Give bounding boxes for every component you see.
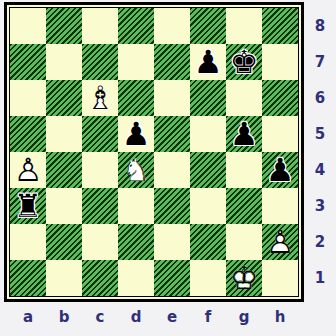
piece-black-pawn[interactable]: ♟︎ [118, 116, 154, 152]
piece-black-pawn[interactable]: ♟︎ [226, 116, 262, 152]
file-label-a: a [10, 307, 46, 327]
square-g4[interactable] [226, 152, 262, 188]
square-d1[interactable] [118, 260, 154, 296]
square-e1[interactable] [154, 260, 190, 296]
piece-white-king[interactable]: ♚︎♔︎ [226, 260, 262, 296]
square-d4[interactable]: ♞︎♘︎ [118, 152, 154, 188]
square-a4[interactable]: ♟︎♙︎ [10, 152, 46, 188]
square-e6[interactable] [154, 80, 190, 116]
square-a8[interactable] [10, 8, 46, 44]
piece-white-pawn[interactable]: ♟︎♙︎ [262, 224, 298, 260]
file-label-c: c [82, 307, 118, 327]
square-g6[interactable] [226, 80, 262, 116]
square-b2[interactable] [46, 224, 82, 260]
square-h2[interactable]: ♟︎♙︎ [262, 224, 298, 260]
square-b1[interactable] [46, 260, 82, 296]
square-e2[interactable] [154, 224, 190, 260]
square-d5[interactable]: ♟︎ [118, 116, 154, 152]
board-inner-frame: ♟︎♚︎♝︎♗︎♟︎♟︎♟︎♙︎♞︎♘︎♟︎♜︎♟︎♙︎♚︎♔︎ [9, 7, 299, 297]
file-label-g: g [226, 307, 262, 327]
piece-white-knight[interactable]: ♞︎♘︎ [118, 152, 154, 188]
piece-glyph-outline-layer: ♔︎ [226, 260, 262, 296]
square-f5[interactable] [190, 116, 226, 152]
square-g5[interactable]: ♟︎ [226, 116, 262, 152]
piece-glyph-outline-layer: ♘︎ [118, 152, 154, 188]
square-g7[interactable]: ♚︎ [226, 44, 262, 80]
board-frame: ♟︎♚︎♝︎♗︎♟︎♟︎♟︎♙︎♞︎♘︎♟︎♜︎♟︎♙︎♚︎♔︎ [4, 2, 304, 302]
square-b4[interactable] [46, 152, 82, 188]
square-h6[interactable] [262, 80, 298, 116]
square-d8[interactable] [118, 8, 154, 44]
chess-board-area: ♟︎♚︎♝︎♗︎♟︎♟︎♟︎♙︎♞︎♘︎♟︎♜︎♟︎♙︎♚︎♔︎ [4, 2, 304, 302]
rank-label-5: 5 [309, 116, 331, 152]
square-c2[interactable] [82, 224, 118, 260]
square-d2[interactable] [118, 224, 154, 260]
square-c7[interactable] [82, 44, 118, 80]
square-d7[interactable] [118, 44, 154, 80]
piece-white-pawn[interactable]: ♟︎♙︎ [10, 152, 46, 188]
file-label-f: f [190, 307, 226, 327]
square-f8[interactable] [190, 8, 226, 44]
piece-black-king[interactable]: ♚︎ [226, 44, 262, 80]
piece-black-pawn[interactable]: ♟︎ [262, 152, 298, 188]
rank-label-6: 6 [309, 80, 331, 116]
square-f4[interactable] [190, 152, 226, 188]
rank-label-4: 4 [309, 152, 331, 188]
square-c3[interactable] [82, 188, 118, 224]
square-g3[interactable] [226, 188, 262, 224]
square-b8[interactable] [46, 8, 82, 44]
square-h8[interactable] [262, 8, 298, 44]
square-f1[interactable] [190, 260, 226, 296]
rank-label-7: 7 [309, 44, 331, 80]
rank-label-8: 8 [309, 8, 331, 44]
piece-glyph-outline-layer: ♙︎ [262, 224, 298, 260]
square-f7[interactable]: ♟︎ [190, 44, 226, 80]
square-h3[interactable] [262, 188, 298, 224]
square-c4[interactable] [82, 152, 118, 188]
square-f3[interactable] [190, 188, 226, 224]
square-c1[interactable] [82, 260, 118, 296]
square-h4[interactable]: ♟︎ [262, 152, 298, 188]
square-a6[interactable] [10, 80, 46, 116]
file-label-h: h [262, 307, 298, 327]
rank-label-3: 3 [309, 188, 331, 224]
file-labels: abcdefgh [10, 307, 298, 327]
piece-glyph-outline-layer: ♙︎ [10, 152, 46, 188]
square-a3[interactable]: ♜︎ [10, 188, 46, 224]
square-b5[interactable] [46, 116, 82, 152]
piece-black-pawn[interactable]: ♟︎ [190, 44, 226, 80]
square-f6[interactable] [190, 80, 226, 116]
square-e3[interactable] [154, 188, 190, 224]
rank-label-2: 2 [309, 224, 331, 260]
piece-glyph-outline-layer: ♗︎ [82, 80, 118, 116]
square-f2[interactable] [190, 224, 226, 260]
square-a2[interactable] [10, 224, 46, 260]
chess-board: ♟︎♚︎♝︎♗︎♟︎♟︎♟︎♙︎♞︎♘︎♟︎♜︎♟︎♙︎♚︎♔︎ [10, 8, 298, 296]
square-e7[interactable] [154, 44, 190, 80]
square-a5[interactable] [10, 116, 46, 152]
square-a7[interactable] [10, 44, 46, 80]
square-c6[interactable]: ♝︎♗︎ [82, 80, 118, 116]
square-e4[interactable] [154, 152, 190, 188]
square-b7[interactable] [46, 44, 82, 80]
file-label-d: d [118, 307, 154, 327]
rank-labels: 87654321 [309, 8, 331, 296]
square-g1[interactable]: ♚︎♔︎ [226, 260, 262, 296]
file-label-b: b [46, 307, 82, 327]
square-h5[interactable] [262, 116, 298, 152]
square-a1[interactable] [10, 260, 46, 296]
square-h1[interactable] [262, 260, 298, 296]
square-d3[interactable] [118, 188, 154, 224]
square-h7[interactable] [262, 44, 298, 80]
square-g2[interactable] [226, 224, 262, 260]
square-e5[interactable] [154, 116, 190, 152]
square-b6[interactable] [46, 80, 82, 116]
square-d6[interactable] [118, 80, 154, 116]
square-b3[interactable] [46, 188, 82, 224]
piece-white-bishop[interactable]: ♝︎♗︎ [82, 80, 118, 116]
square-c5[interactable] [82, 116, 118, 152]
rank-label-1: 1 [309, 260, 331, 296]
file-label-e: e [154, 307, 190, 327]
square-c8[interactable] [82, 8, 118, 44]
square-e8[interactable] [154, 8, 190, 44]
piece-black-rook[interactable]: ♜︎ [10, 188, 46, 224]
square-g8[interactable] [226, 8, 262, 44]
